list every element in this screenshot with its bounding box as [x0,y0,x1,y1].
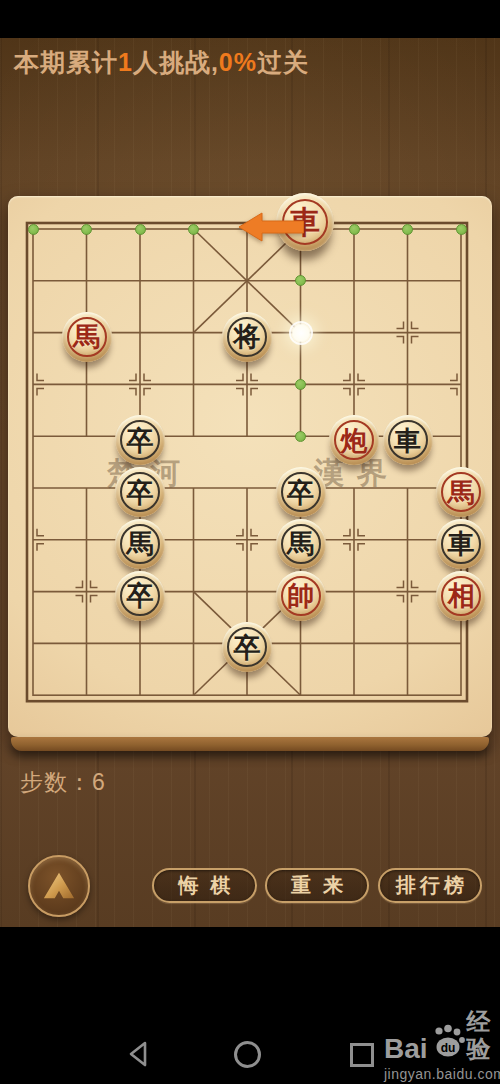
piece-black-車[interactable]: 車 [436,519,486,569]
piece-black-卒[interactable]: 卒 [222,622,272,672]
piece-character: 炮 [341,427,368,454]
piece-red-炮[interactable]: 炮 [329,415,379,465]
piece-character: 将 [234,323,261,350]
piece-red-相[interactable]: 相 [436,571,486,621]
move-dot[interactable] [81,224,92,235]
piece-black-将[interactable]: 将 [222,312,272,362]
baidu-jingyan-text: 经验 [467,1008,500,1063]
piece-black-車[interactable]: 車 [383,415,433,465]
board-surface: 楚河 漢界 車馬将卒炮車卒卒馬馬馬車卒帥相卒 [8,196,492,737]
step-counter: 步数：6 [20,767,106,798]
piece-character: 卒 [287,479,314,506]
piece-character: 馬 [287,530,314,557]
piece-character: 車 [448,530,475,557]
undo-button[interactable]: 悔棋 [152,868,257,903]
stats-mid: 人挑战, [133,48,219,76]
piece-red-帥[interactable]: 帥 [276,571,326,621]
baidu-url-text: jingyan.baidu.com [384,1066,500,1082]
stats-suffix: 过关 [257,48,309,76]
baidu-jingyan-logo: Bai du 经验 jingyan.baidu.com [384,1023,500,1082]
pieces-overlay: 車馬将卒炮車卒卒馬馬馬車卒帥相卒 [8,196,492,737]
step-label: 步数： [20,769,92,795]
move-dot[interactable] [135,224,146,235]
piece-black-卒[interactable]: 卒 [115,467,165,517]
status-bar [0,0,500,38]
move-dot[interactable] [349,224,360,235]
android-nav-bar: Bai du 经验 jingyan.baidu.com [0,927,500,1084]
baidu-paw-icon: du [429,1023,465,1063]
nav-back-button[interactable] [124,1039,154,1069]
svg-text:du: du [440,1041,455,1055]
restart-button[interactable]: 重来 [265,868,369,903]
piece-character: 馬 [127,530,154,557]
target-highlight [291,323,311,343]
stats-percent: 0% [219,48,257,76]
baidu-bai-text: Bai [384,1035,428,1063]
step-value: 6 [92,769,106,795]
stats-count: 1 [118,48,133,76]
piece-black-馬[interactable]: 馬 [276,519,326,569]
piece-character: 卒 [234,634,261,661]
move-dot[interactable] [295,379,306,390]
mountain-chevron-icon [40,869,78,903]
game-background: 本期累计1人挑战,0%过关 楚河 漢界 車馬将卒炮車卒卒馬馬馬車卒帥相卒 步数：… [0,38,500,927]
move-arrow [239,210,304,248]
move-dot[interactable] [402,224,413,235]
piece-character: 帥 [287,582,314,609]
piece-character: 馬 [448,479,475,506]
piece-character: 相 [448,582,475,609]
move-dot[interactable] [28,224,39,235]
xiangqi-board[interactable]: 楚河 漢界 車馬将卒炮車卒卒馬馬馬車卒帥相卒 [8,196,492,752]
move-dot[interactable] [295,431,306,442]
piece-black-卒[interactable]: 卒 [115,415,165,465]
nav-home-button[interactable] [234,1041,261,1068]
piece-red-馬[interactable]: 馬 [436,467,486,517]
piece-character: 馬 [73,323,100,350]
stats-prefix: 本期累计 [14,48,118,76]
piece-black-卒[interactable]: 卒 [115,571,165,621]
nav-recents-button[interactable] [350,1043,374,1067]
piece-black-馬[interactable]: 馬 [115,519,165,569]
move-dot[interactable] [188,224,199,235]
phone-screen: 本期累计1人挑战,0%过关 楚河 漢界 車馬将卒炮車卒卒馬馬馬車卒帥相卒 步数：… [0,0,500,1084]
challenge-stats-text: 本期累计1人挑战,0%过关 [14,46,309,79]
piece-red-馬[interactable]: 馬 [62,312,112,362]
piece-character: 卒 [127,582,154,609]
app-logo-button[interactable] [28,855,90,917]
piece-character: 卒 [127,479,154,506]
piece-character: 車 [394,427,421,454]
piece-black-卒[interactable]: 卒 [276,467,326,517]
move-dot[interactable] [456,224,467,235]
board-edge [11,737,489,751]
leaderboard-button[interactable]: 排行榜 [378,868,482,903]
move-dot[interactable] [295,275,306,286]
piece-character: 卒 [127,427,154,454]
